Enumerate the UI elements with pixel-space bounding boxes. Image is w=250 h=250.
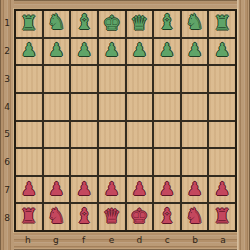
- piece-green-pawn[interactable]: ♟: [186, 41, 202, 59]
- rank-label-2: 2: [0, 37, 14, 65]
- square-g3[interactable]: [44, 66, 70, 92]
- piece-green-pawn[interactable]: ♟: [159, 41, 175, 59]
- piece-green-bishop-elephant[interactable]: ♝: [158, 12, 177, 33]
- square-d8[interactable]: ♚: [127, 204, 153, 230]
- piece-red-pawn[interactable]: ♟: [159, 180, 175, 198]
- square-d6[interactable]: [127, 149, 153, 175]
- file-label-h: h: [14, 232, 42, 248]
- piece-red-pawn[interactable]: ♟: [214, 180, 230, 198]
- square-h3[interactable]: [16, 66, 42, 92]
- piece-red-bishop-elephant[interactable]: ♝: [158, 206, 177, 227]
- square-d3[interactable]: [127, 66, 153, 92]
- square-h4[interactable]: [16, 94, 42, 120]
- square-h5[interactable]: [16, 122, 42, 148]
- piece-red-pawn[interactable]: ♟: [48, 180, 64, 198]
- square-f7[interactable]: ♟: [71, 177, 97, 203]
- square-e8[interactable]: ♛: [99, 204, 125, 230]
- square-b2[interactable]: ♟: [182, 39, 208, 65]
- file-labels: hgfedcba: [14, 232, 237, 248]
- square-f4[interactable]: [71, 94, 97, 120]
- piece-green-pawn[interactable]: ♟: [214, 41, 230, 59]
- piece-green-rook[interactable]: ♜: [20, 13, 38, 33]
- rank-label-4: 4: [0, 93, 14, 121]
- square-e3[interactable]: [99, 66, 125, 92]
- square-e4[interactable]: [99, 94, 125, 120]
- square-a3[interactable]: [209, 66, 235, 92]
- square-a7[interactable]: ♟: [209, 177, 235, 203]
- rank-label-5: 5: [0, 121, 14, 149]
- piece-red-pawn[interactable]: ♟: [131, 180, 147, 198]
- square-e6[interactable]: [99, 149, 125, 175]
- square-g4[interactable]: [44, 94, 70, 120]
- rank-label-6: 6: [0, 148, 14, 176]
- game-window: 12345678 ♜♞♝♚♛♝♞♜♟♟♟♟♟♟♟♟♟♟♟♟♟♟♟♟♜♞♝♛♚♝♞…: [0, 0, 250, 250]
- square-b5[interactable]: [182, 122, 208, 148]
- piece-green-bishop-elephant[interactable]: ♝: [75, 12, 94, 33]
- piece-red-pawn[interactable]: ♟: [76, 180, 92, 198]
- square-d7[interactable]: ♟: [127, 177, 153, 203]
- square-c5[interactable]: [154, 122, 180, 148]
- piece-red-king[interactable]: ♚: [130, 206, 148, 226]
- piece-green-pawn[interactable]: ♟: [48, 41, 64, 59]
- square-d2[interactable]: ♟: [127, 39, 153, 65]
- piece-green-pawn[interactable]: ♟: [76, 41, 92, 59]
- square-e1[interactable]: ♚: [99, 11, 125, 37]
- square-g2[interactable]: ♟: [44, 39, 70, 65]
- square-a8[interactable]: ♜: [209, 204, 235, 230]
- piece-green-pawn[interactable]: ♟: [131, 41, 147, 59]
- chess-board: ♜♞♝♚♛♝♞♜♟♟♟♟♟♟♟♟♟♟♟♟♟♟♟♟♜♞♝♛♚♝♞♜: [14, 9, 237, 232]
- piece-green-rook[interactable]: ♜: [213, 13, 231, 33]
- square-a1[interactable]: ♜: [209, 11, 235, 37]
- rank-label-7: 7: [0, 176, 14, 204]
- square-f1[interactable]: ♝: [71, 11, 97, 37]
- rank-label-3: 3: [0, 65, 14, 93]
- piece-green-pawn[interactable]: ♟: [21, 41, 37, 59]
- square-g8[interactable]: ♞: [44, 204, 70, 230]
- square-f5[interactable]: [71, 122, 97, 148]
- square-b1[interactable]: ♞: [182, 11, 208, 37]
- piece-red-pawn[interactable]: ♟: [21, 180, 37, 198]
- square-h8[interactable]: ♜: [16, 204, 42, 230]
- file-label-f: f: [70, 232, 98, 248]
- file-label-g: g: [42, 232, 70, 248]
- piece-green-king[interactable]: ♚: [103, 13, 121, 33]
- wood-frame-right: [237, 0, 250, 250]
- square-h1[interactable]: ♜: [16, 11, 42, 37]
- square-c3[interactable]: [154, 66, 180, 92]
- square-g5[interactable]: [44, 122, 70, 148]
- square-g7[interactable]: ♟: [44, 177, 70, 203]
- square-g1[interactable]: ♞: [44, 11, 70, 37]
- piece-green-queen[interactable]: ♛: [130, 13, 148, 33]
- piece-red-knight[interactable]: ♞: [47, 206, 66, 227]
- square-h6[interactable]: [16, 149, 42, 175]
- piece-red-pawn[interactable]: ♟: [104, 180, 120, 198]
- square-b6[interactable]: [182, 149, 208, 175]
- file-label-e: e: [98, 232, 126, 248]
- square-a2[interactable]: ♟: [209, 39, 235, 65]
- rank-label-1: 1: [0, 9, 14, 37]
- square-d1[interactable]: ♛: [127, 11, 153, 37]
- file-label-d: d: [126, 232, 154, 248]
- square-a4[interactable]: [209, 94, 235, 120]
- square-c1[interactable]: ♝: [154, 11, 180, 37]
- square-f3[interactable]: [71, 66, 97, 92]
- square-b3[interactable]: [182, 66, 208, 92]
- piece-green-pawn[interactable]: ♟: [104, 41, 120, 59]
- square-c6[interactable]: [154, 149, 180, 175]
- square-c8[interactable]: ♝: [154, 204, 180, 230]
- file-label-c: c: [153, 232, 181, 248]
- square-c7[interactable]: ♟: [154, 177, 180, 203]
- rank-labels: 12345678: [0, 9, 14, 232]
- square-b8[interactable]: ♞: [182, 204, 208, 230]
- square-a5[interactable]: [209, 122, 235, 148]
- square-d4[interactable]: [127, 94, 153, 120]
- piece-red-knight[interactable]: ♞: [185, 206, 204, 227]
- square-f6[interactable]: [71, 149, 97, 175]
- piece-red-bishop-elephant[interactable]: ♝: [75, 206, 94, 227]
- square-d5[interactable]: [127, 122, 153, 148]
- square-f8[interactable]: ♝: [71, 204, 97, 230]
- piece-red-pawn[interactable]: ♟: [186, 180, 202, 198]
- square-h7[interactable]: ♟: [16, 177, 42, 203]
- square-g6[interactable]: [44, 149, 70, 175]
- square-b7[interactable]: ♟: [182, 177, 208, 203]
- piece-red-queen[interactable]: ♛: [103, 206, 121, 226]
- square-e5[interactable]: [99, 122, 125, 148]
- piece-green-knight[interactable]: ♞: [185, 12, 204, 33]
- square-e2[interactable]: ♟: [99, 39, 125, 65]
- square-c2[interactable]: ♟: [154, 39, 180, 65]
- square-c4[interactable]: [154, 94, 180, 120]
- rank-label-8: 8: [0, 204, 14, 232]
- square-b4[interactable]: [182, 94, 208, 120]
- square-f2[interactable]: ♟: [71, 39, 97, 65]
- file-label-b: b: [181, 232, 209, 248]
- square-h2[interactable]: ♟: [16, 39, 42, 65]
- square-e7[interactable]: ♟: [99, 177, 125, 203]
- file-label-a: a: [209, 232, 237, 248]
- piece-red-rook[interactable]: ♜: [20, 206, 38, 226]
- piece-red-rook[interactable]: ♜: [213, 206, 231, 226]
- piece-green-knight[interactable]: ♞: [47, 12, 66, 33]
- square-a6[interactable]: [209, 149, 235, 175]
